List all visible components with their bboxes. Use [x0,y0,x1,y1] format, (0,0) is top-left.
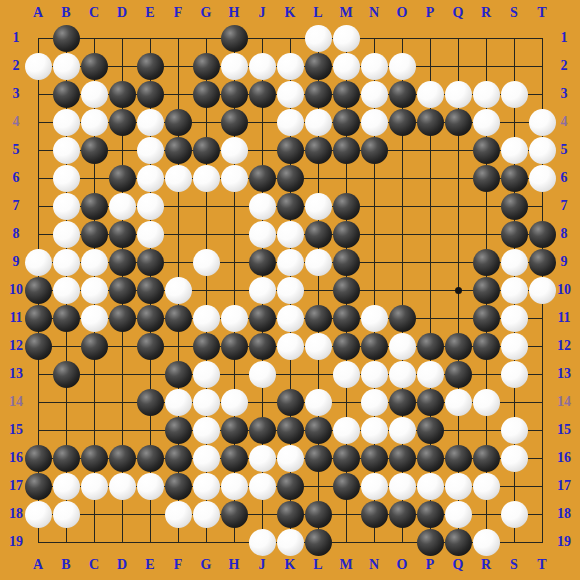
point-M19[interactable] [332,528,360,556]
point-G7[interactable] [192,192,220,220]
point-O7[interactable] [388,192,416,220]
point-O1[interactable] [388,24,416,52]
point-M9[interactable] [332,248,360,276]
point-T4[interactable] [528,108,556,136]
point-O19[interactable] [388,528,416,556]
point-J7[interactable] [248,192,276,220]
point-S15[interactable] [500,416,528,444]
point-C14[interactable] [80,388,108,416]
point-L3[interactable] [304,80,332,108]
point-B17[interactable] [52,472,80,500]
point-P3[interactable] [416,80,444,108]
point-H7[interactable] [220,192,248,220]
point-L14[interactable] [304,388,332,416]
point-M5[interactable] [332,136,360,164]
point-H5[interactable] [220,136,248,164]
point-N13[interactable] [360,360,388,388]
point-K15[interactable] [276,416,304,444]
point-P10[interactable] [416,276,444,304]
point-P9[interactable] [416,248,444,276]
point-S17[interactable] [500,472,528,500]
point-Q11[interactable] [444,304,472,332]
point-N7[interactable] [360,192,388,220]
point-Q18[interactable] [444,500,472,528]
point-Q9[interactable] [444,248,472,276]
point-P5[interactable] [416,136,444,164]
point-H1[interactable] [220,24,248,52]
point-C18[interactable] [80,500,108,528]
point-O5[interactable] [388,136,416,164]
point-Q17[interactable] [444,472,472,500]
point-K13[interactable] [276,360,304,388]
point-J14[interactable] [248,388,276,416]
point-E11[interactable] [136,304,164,332]
point-S5[interactable] [500,136,528,164]
point-H17[interactable] [220,472,248,500]
point-D14[interactable] [108,388,136,416]
point-C13[interactable] [80,360,108,388]
point-F17[interactable] [164,472,192,500]
point-T10[interactable] [528,276,556,304]
point-R15[interactable] [472,416,500,444]
point-D12[interactable] [108,332,136,360]
point-D9[interactable] [108,248,136,276]
point-G18[interactable] [192,500,220,528]
point-F14[interactable] [164,388,192,416]
point-R3[interactable] [472,80,500,108]
point-T6[interactable] [528,164,556,192]
point-M13[interactable] [332,360,360,388]
point-K17[interactable] [276,472,304,500]
point-F18[interactable] [164,500,192,528]
point-C4[interactable] [80,108,108,136]
point-K6[interactable] [276,164,304,192]
point-A12[interactable] [24,332,52,360]
point-H11[interactable] [220,304,248,332]
point-J18[interactable] [248,500,276,528]
point-P6[interactable] [416,164,444,192]
point-D15[interactable] [108,416,136,444]
point-F9[interactable] [164,248,192,276]
point-B6[interactable] [52,164,80,192]
point-S10[interactable] [500,276,528,304]
point-S18[interactable] [500,500,528,528]
point-N11[interactable] [360,304,388,332]
point-Q15[interactable] [444,416,472,444]
point-Q14[interactable] [444,388,472,416]
point-F15[interactable] [164,416,192,444]
point-L12[interactable] [304,332,332,360]
point-N16[interactable] [360,444,388,472]
point-B12[interactable] [52,332,80,360]
point-J13[interactable] [248,360,276,388]
point-C5[interactable] [80,136,108,164]
point-E6[interactable] [136,164,164,192]
point-F6[interactable] [164,164,192,192]
point-K19[interactable] [276,528,304,556]
point-N9[interactable] [360,248,388,276]
point-L7[interactable] [304,192,332,220]
point-B5[interactable] [52,136,80,164]
point-E4[interactable] [136,108,164,136]
point-L6[interactable] [304,164,332,192]
point-P2[interactable] [416,52,444,80]
point-K2[interactable] [276,52,304,80]
point-A9[interactable] [24,248,52,276]
point-J16[interactable] [248,444,276,472]
point-C15[interactable] [80,416,108,444]
point-N15[interactable] [360,416,388,444]
point-N10[interactable] [360,276,388,304]
point-J10[interactable] [248,276,276,304]
point-M15[interactable] [332,416,360,444]
point-S7[interactable] [500,192,528,220]
point-J15[interactable] [248,416,276,444]
point-H13[interactable] [220,360,248,388]
point-J2[interactable] [248,52,276,80]
point-M12[interactable] [332,332,360,360]
point-G15[interactable] [192,416,220,444]
point-F12[interactable] [164,332,192,360]
point-Q13[interactable] [444,360,472,388]
point-F4[interactable] [164,108,192,136]
point-O3[interactable] [388,80,416,108]
point-N5[interactable] [360,136,388,164]
point-Q10[interactable] [444,276,472,304]
point-M10[interactable] [332,276,360,304]
point-B18[interactable] [52,500,80,528]
point-C3[interactable] [80,80,108,108]
point-G1[interactable] [192,24,220,52]
point-O9[interactable] [388,248,416,276]
point-G16[interactable] [192,444,220,472]
point-R7[interactable] [472,192,500,220]
point-H12[interactable] [220,332,248,360]
point-Q5[interactable] [444,136,472,164]
point-L2[interactable] [304,52,332,80]
point-R16[interactable] [472,444,500,472]
point-S19[interactable] [500,528,528,556]
point-N18[interactable] [360,500,388,528]
point-D7[interactable] [108,192,136,220]
point-L8[interactable] [304,220,332,248]
point-K9[interactable] [276,248,304,276]
point-C8[interactable] [80,220,108,248]
point-R4[interactable] [472,108,500,136]
point-B15[interactable] [52,416,80,444]
point-A2[interactable] [24,52,52,80]
point-J11[interactable] [248,304,276,332]
point-M3[interactable] [332,80,360,108]
point-B9[interactable] [52,248,80,276]
point-L17[interactable] [304,472,332,500]
point-E5[interactable] [136,136,164,164]
point-S9[interactable] [500,248,528,276]
point-B13[interactable] [52,360,80,388]
point-T9[interactable] [528,248,556,276]
point-R8[interactable] [472,220,500,248]
point-Q4[interactable] [444,108,472,136]
point-A17[interactable] [24,472,52,500]
point-O8[interactable] [388,220,416,248]
point-N12[interactable] [360,332,388,360]
point-D2[interactable] [108,52,136,80]
point-P16[interactable] [416,444,444,472]
point-E7[interactable] [136,192,164,220]
point-B8[interactable] [52,220,80,248]
point-B11[interactable] [52,304,80,332]
point-L18[interactable] [304,500,332,528]
point-P18[interactable] [416,500,444,528]
point-M17[interactable] [332,472,360,500]
point-D13[interactable] [108,360,136,388]
point-N6[interactable] [360,164,388,192]
point-N4[interactable] [360,108,388,136]
point-L11[interactable] [304,304,332,332]
point-C19[interactable] [80,528,108,556]
point-M8[interactable] [332,220,360,248]
point-C12[interactable] [80,332,108,360]
point-R1[interactable] [472,24,500,52]
point-F13[interactable] [164,360,192,388]
point-G17[interactable] [192,472,220,500]
point-C7[interactable] [80,192,108,220]
point-J5[interactable] [248,136,276,164]
point-J19[interactable] [248,528,276,556]
point-F2[interactable] [164,52,192,80]
point-E8[interactable] [136,220,164,248]
point-N1[interactable] [360,24,388,52]
point-S12[interactable] [500,332,528,360]
point-P11[interactable] [416,304,444,332]
point-C10[interactable] [80,276,108,304]
point-O13[interactable] [388,360,416,388]
point-P19[interactable] [416,528,444,556]
point-L16[interactable] [304,444,332,472]
point-T8[interactable] [528,220,556,248]
point-J17[interactable] [248,472,276,500]
point-O12[interactable] [388,332,416,360]
point-E13[interactable] [136,360,164,388]
point-O14[interactable] [388,388,416,416]
point-J1[interactable] [248,24,276,52]
point-K8[interactable] [276,220,304,248]
point-G8[interactable] [192,220,220,248]
point-B2[interactable] [52,52,80,80]
point-R19[interactable] [472,528,500,556]
point-Q1[interactable] [444,24,472,52]
point-G9[interactable] [192,248,220,276]
point-E1[interactable] [136,24,164,52]
point-D16[interactable] [108,444,136,472]
point-G14[interactable] [192,388,220,416]
point-R14[interactable] [472,388,500,416]
point-K14[interactable] [276,388,304,416]
point-K18[interactable] [276,500,304,528]
point-D19[interactable] [108,528,136,556]
point-F3[interactable] [164,80,192,108]
point-D4[interactable] [108,108,136,136]
point-P14[interactable] [416,388,444,416]
point-R5[interactable] [472,136,500,164]
point-G3[interactable] [192,80,220,108]
point-B10[interactable] [52,276,80,304]
point-S6[interactable] [500,164,528,192]
point-M2[interactable] [332,52,360,80]
point-N17[interactable] [360,472,388,500]
point-P1[interactable] [416,24,444,52]
point-F1[interactable] [164,24,192,52]
point-M14[interactable] [332,388,360,416]
point-G4[interactable] [192,108,220,136]
point-F10[interactable] [164,276,192,304]
point-E2[interactable] [136,52,164,80]
point-R2[interactable] [472,52,500,80]
point-D8[interactable] [108,220,136,248]
point-O6[interactable] [388,164,416,192]
point-C2[interactable] [80,52,108,80]
point-M4[interactable] [332,108,360,136]
point-L19[interactable] [304,528,332,556]
point-T5[interactable] [528,136,556,164]
point-S2[interactable] [500,52,528,80]
point-O15[interactable] [388,416,416,444]
point-H9[interactable] [220,248,248,276]
point-O11[interactable] [388,304,416,332]
point-Q2[interactable] [444,52,472,80]
point-H6[interactable] [220,164,248,192]
point-D18[interactable] [108,500,136,528]
point-G10[interactable] [192,276,220,304]
point-C6[interactable] [80,164,108,192]
point-C9[interactable] [80,248,108,276]
point-J4[interactable] [248,108,276,136]
point-H14[interactable] [220,388,248,416]
point-D5[interactable] [108,136,136,164]
point-S4[interactable] [500,108,528,136]
point-A16[interactable] [24,444,52,472]
point-P7[interactable] [416,192,444,220]
point-L13[interactable] [304,360,332,388]
point-E14[interactable] [136,388,164,416]
point-M11[interactable] [332,304,360,332]
point-E12[interactable] [136,332,164,360]
point-Q19[interactable] [444,528,472,556]
point-G12[interactable] [192,332,220,360]
point-R10[interactable] [472,276,500,304]
point-B16[interactable] [52,444,80,472]
point-K10[interactable] [276,276,304,304]
point-D1[interactable] [108,24,136,52]
point-E9[interactable] [136,248,164,276]
point-S16[interactable] [500,444,528,472]
point-F7[interactable] [164,192,192,220]
point-O16[interactable] [388,444,416,472]
point-H2[interactable] [220,52,248,80]
point-S13[interactable] [500,360,528,388]
point-O17[interactable] [388,472,416,500]
point-S8[interactable] [500,220,528,248]
point-R18[interactable] [472,500,500,528]
point-E15[interactable] [136,416,164,444]
point-E16[interactable] [136,444,164,472]
point-N2[interactable] [360,52,388,80]
point-H15[interactable] [220,416,248,444]
point-M7[interactable] [332,192,360,220]
point-J6[interactable] [248,164,276,192]
point-L5[interactable] [304,136,332,164]
point-K3[interactable] [276,80,304,108]
point-O10[interactable] [388,276,416,304]
point-L1[interactable] [304,24,332,52]
point-Q6[interactable] [444,164,472,192]
point-M6[interactable] [332,164,360,192]
point-A18[interactable] [24,500,52,528]
point-D6[interactable] [108,164,136,192]
point-K7[interactable] [276,192,304,220]
point-R9[interactable] [472,248,500,276]
point-E19[interactable] [136,528,164,556]
point-G6[interactable] [192,164,220,192]
point-O2[interactable] [388,52,416,80]
point-K16[interactable] [276,444,304,472]
point-R11[interactable] [472,304,500,332]
point-O4[interactable] [388,108,416,136]
point-K11[interactable] [276,304,304,332]
point-R12[interactable] [472,332,500,360]
point-H8[interactable] [220,220,248,248]
point-L9[interactable] [304,248,332,276]
point-K12[interactable] [276,332,304,360]
point-F5[interactable] [164,136,192,164]
point-C1[interactable] [80,24,108,52]
point-R13[interactable] [472,360,500,388]
point-H4[interactable] [220,108,248,136]
point-B3[interactable] [52,80,80,108]
point-D10[interactable] [108,276,136,304]
point-K1[interactable] [276,24,304,52]
point-B14[interactable] [52,388,80,416]
point-J9[interactable] [248,248,276,276]
point-S1[interactable] [500,24,528,52]
point-G5[interactable] [192,136,220,164]
point-P15[interactable] [416,416,444,444]
point-M16[interactable] [332,444,360,472]
point-P4[interactable] [416,108,444,136]
point-N14[interactable] [360,388,388,416]
point-F19[interactable] [164,528,192,556]
point-E3[interactable] [136,80,164,108]
point-P17[interactable] [416,472,444,500]
point-F11[interactable] [164,304,192,332]
point-E18[interactable] [136,500,164,528]
point-E10[interactable] [136,276,164,304]
point-G13[interactable] [192,360,220,388]
point-M1[interactable] [332,24,360,52]
point-H3[interactable] [220,80,248,108]
point-O18[interactable] [388,500,416,528]
point-Q12[interactable] [444,332,472,360]
point-C17[interactable] [80,472,108,500]
point-R17[interactable] [472,472,500,500]
point-Q7[interactable] [444,192,472,220]
point-H10[interactable] [220,276,248,304]
point-N8[interactable] [360,220,388,248]
point-H18[interactable] [220,500,248,528]
point-G19[interactable] [192,528,220,556]
point-J12[interactable] [248,332,276,360]
point-B19[interactable] [52,528,80,556]
